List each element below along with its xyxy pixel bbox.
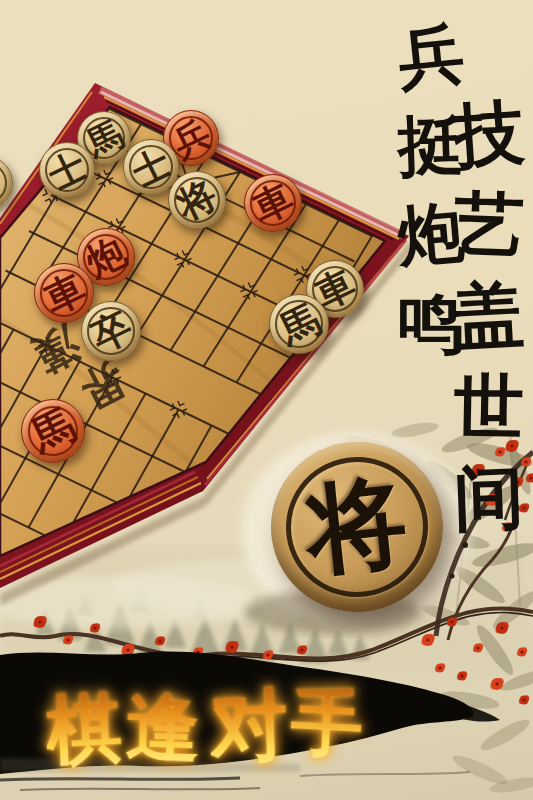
calligraphy-col2-char: 世 bbox=[453, 360, 525, 455]
calligraphy-col2-char: 间 bbox=[452, 451, 525, 547]
calligraphy-col2-char: 技 bbox=[451, 86, 527, 185]
title-char: 手 bbox=[289, 674, 366, 774]
calligraphy-col2-char: 盖 bbox=[452, 268, 527, 366]
splash-screen[interactable]: 棋逢对手 漢 界 馬兵士士将車炮車卒車馬馬 将 bbox=[0, 0, 533, 800]
title-char: 棋 bbox=[43, 678, 124, 785]
title-char: 逢 bbox=[124, 678, 201, 781]
title-char: 对 bbox=[208, 673, 290, 781]
calligraphy-col2-char: 艺 bbox=[452, 178, 525, 274]
